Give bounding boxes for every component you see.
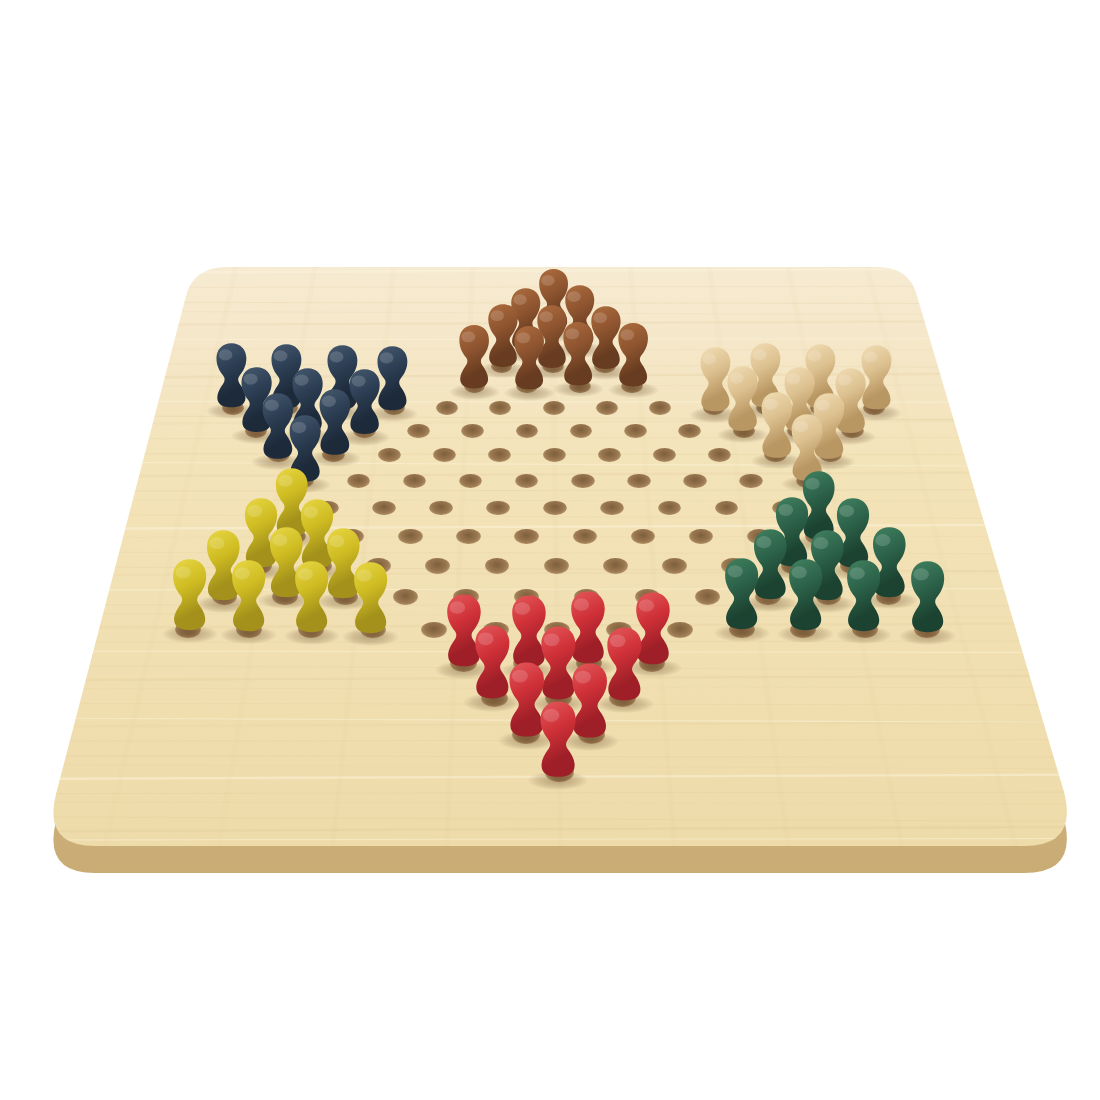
board-hole-r10-c7[interactable] xyxy=(631,529,655,544)
board-hole-r8-c8[interactable] xyxy=(683,474,706,489)
board-hole-r11-c8[interactable] xyxy=(662,558,687,573)
board-hole-r6-c4[interactable] xyxy=(407,424,430,438)
peg-red[interactable] xyxy=(533,699,583,779)
board-hole-r8-c9[interactable] xyxy=(739,474,762,489)
board-hole-r9-c2[interactable] xyxy=(372,501,396,516)
peg-yellow[interactable] xyxy=(347,560,394,636)
board xyxy=(0,0,1100,1100)
peg-yellow[interactable] xyxy=(288,559,335,635)
board-hole-r5-c5[interactable] xyxy=(436,401,458,415)
peg-green[interactable] xyxy=(782,557,829,633)
board-hole-r5-c7[interactable] xyxy=(543,401,565,415)
peg-yellow[interactable] xyxy=(166,557,213,633)
product-photo-stage xyxy=(0,0,1100,1100)
peg-green[interactable] xyxy=(840,558,887,634)
board-hole-r6-c9[interactable] xyxy=(678,424,701,438)
board-hole-r10-c8[interactable] xyxy=(689,529,713,544)
board-hole-r10-c3[interactable] xyxy=(398,529,422,544)
peg-brown[interactable] xyxy=(453,323,495,391)
board-hole-r10-c5[interactable] xyxy=(514,529,538,544)
board-hole-r7-c3[interactable] xyxy=(378,448,401,462)
peg-brown[interactable] xyxy=(557,320,599,388)
peg-green[interactable] xyxy=(904,559,951,635)
board-hole-r9-c4[interactable] xyxy=(486,501,510,516)
board-hole-r10-c6[interactable] xyxy=(573,529,597,544)
board-hole-r8-c7[interactable] xyxy=(627,474,650,489)
board-hole-r6-c8[interactable] xyxy=(624,424,647,438)
peg-brown[interactable] xyxy=(612,321,654,389)
board-hole-r6-c5[interactable] xyxy=(461,424,484,438)
peg-yellow[interactable] xyxy=(225,558,272,634)
board-hole-r5-c6[interactable] xyxy=(489,401,511,415)
board-hole-r11-c7[interactable] xyxy=(603,558,628,573)
board-hole-r5-c8[interactable] xyxy=(596,401,618,415)
board-hole-r12-c9[interactable] xyxy=(695,589,720,605)
peg-green[interactable] xyxy=(718,556,765,632)
board-hole-r6-c6[interactable] xyxy=(516,424,539,438)
board-hole-r11-c4[interactable] xyxy=(425,558,450,573)
board-hole-r10-c4[interactable] xyxy=(456,529,480,544)
board-hole-r11-c5[interactable] xyxy=(485,558,510,573)
board-hole-r8-c6[interactable] xyxy=(571,474,594,489)
peg-brown[interactable] xyxy=(508,324,550,392)
board-hole-r11-c6[interactable] xyxy=(544,558,569,573)
board-hole-r9-c3[interactable] xyxy=(429,501,453,516)
